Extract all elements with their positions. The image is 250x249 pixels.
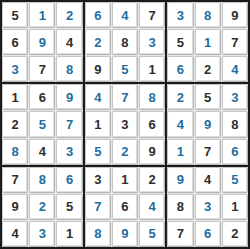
cell-r7c2[interactable]: 8 — [29, 167, 55, 193]
cell-r8c9[interactable]: 1 — [222, 194, 248, 220]
cell-r4c6[interactable]: 8 — [139, 84, 165, 110]
cell-r4c4[interactable]: 4 — [85, 84, 111, 110]
cell-r9c2[interactable]: 3 — [29, 221, 55, 247]
cell-r5c4[interactable]: 1 — [85, 111, 111, 137]
cell-r7c9[interactable]: 5 — [222, 167, 248, 193]
cell-r5c1[interactable]: 2 — [2, 111, 28, 137]
cell-r6c1[interactable]: 8 — [2, 139, 28, 165]
box-1: 512694378 — [2, 2, 83, 82]
cell-r1c7[interactable]: 3 — [167, 2, 193, 28]
cell-r6c5[interactable]: 2 — [112, 139, 138, 165]
cell-r2c9[interactable]: 7 — [222, 29, 248, 55]
cell-r1c1[interactable]: 5 — [2, 2, 28, 28]
cell-r7c4[interactable]: 3 — [85, 167, 111, 193]
cell-r8c1[interactable]: 9 — [2, 194, 28, 220]
cell-r2c2[interactable]: 9 — [29, 29, 55, 55]
cell-r9c6[interactable]: 5 — [139, 221, 165, 247]
box-7: 786925431 — [2, 167, 83, 247]
cell-r8c2[interactable]: 2 — [29, 194, 55, 220]
cell-r4c9[interactable]: 3 — [222, 84, 248, 110]
cell-r6c8[interactable]: 7 — [195, 139, 221, 165]
cell-r9c7[interactable]: 7 — [167, 221, 193, 247]
cell-r7c5[interactable]: 1 — [112, 167, 138, 193]
cell-r7c3[interactable]: 6 — [56, 167, 82, 193]
cell-r2c1[interactable]: 6 — [2, 29, 28, 55]
cell-r7c1[interactable]: 7 — [2, 167, 28, 193]
cell-r2c3[interactable]: 4 — [56, 29, 82, 55]
sudoku-board: 5126943786472839513895176241692578434781… — [0, 0, 250, 249]
cell-r6c6[interactable]: 9 — [139, 139, 165, 165]
cell-r3c4[interactable]: 9 — [85, 56, 111, 82]
cell-r2c5[interactable]: 8 — [112, 29, 138, 55]
cell-r3c7[interactable]: 6 — [167, 56, 193, 82]
cell-r4c7[interactable]: 2 — [167, 84, 193, 110]
cell-r9c5[interactable]: 9 — [112, 221, 138, 247]
box-5: 478136529 — [85, 84, 166, 164]
cell-r9c9[interactable]: 2 — [222, 221, 248, 247]
cell-r7c6[interactable]: 2 — [139, 167, 165, 193]
box-3: 389517624 — [167, 2, 248, 82]
cell-r1c8[interactable]: 8 — [195, 2, 221, 28]
cell-r6c2[interactable]: 4 — [29, 139, 55, 165]
cell-r3c2[interactable]: 7 — [29, 56, 55, 82]
cell-r4c1[interactable]: 1 — [2, 84, 28, 110]
box-2: 647283951 — [85, 2, 166, 82]
cell-r3c1[interactable]: 3 — [2, 56, 28, 82]
cell-r4c5[interactable]: 7 — [112, 84, 138, 110]
cell-r2c6[interactable]: 3 — [139, 29, 165, 55]
cell-r7c8[interactable]: 4 — [195, 167, 221, 193]
box-8: 312764895 — [85, 167, 166, 247]
cell-r8c5[interactable]: 6 — [112, 194, 138, 220]
cell-r5c8[interactable]: 9 — [195, 111, 221, 137]
cell-r8c3[interactable]: 5 — [56, 194, 82, 220]
cell-r5c6[interactable]: 6 — [139, 111, 165, 137]
cell-r5c7[interactable]: 4 — [167, 111, 193, 137]
cell-r3c8[interactable]: 2 — [195, 56, 221, 82]
cell-r6c9[interactable]: 6 — [222, 139, 248, 165]
box-6: 253498176 — [167, 84, 248, 164]
cell-r9c1[interactable]: 4 — [2, 221, 28, 247]
cell-r3c3[interactable]: 8 — [56, 56, 82, 82]
cell-r5c2[interactable]: 5 — [29, 111, 55, 137]
cell-r8c6[interactable]: 4 — [139, 194, 165, 220]
cell-r2c8[interactable]: 1 — [195, 29, 221, 55]
cell-r1c2[interactable]: 1 — [29, 2, 55, 28]
cell-r4c2[interactable]: 6 — [29, 84, 55, 110]
cell-r4c3[interactable]: 9 — [56, 84, 82, 110]
cell-r9c3[interactable]: 1 — [56, 221, 82, 247]
cell-r1c6[interactable]: 7 — [139, 2, 165, 28]
cell-r1c9[interactable]: 9 — [222, 2, 248, 28]
cell-r1c3[interactable]: 2 — [56, 2, 82, 28]
cell-r3c9[interactable]: 4 — [222, 56, 248, 82]
cell-r2c7[interactable]: 5 — [167, 29, 193, 55]
cell-r6c4[interactable]: 5 — [85, 139, 111, 165]
cell-r8c4[interactable]: 7 — [85, 194, 111, 220]
cell-r2c4[interactable]: 2 — [85, 29, 111, 55]
cell-r8c8[interactable]: 3 — [195, 194, 221, 220]
cell-r4c8[interactable]: 5 — [195, 84, 221, 110]
cell-r6c7[interactable]: 1 — [167, 139, 193, 165]
cell-r5c5[interactable]: 3 — [112, 111, 138, 137]
cell-r1c4[interactable]: 6 — [85, 2, 111, 28]
cell-r3c6[interactable]: 1 — [139, 56, 165, 82]
cell-r5c3[interactable]: 7 — [56, 111, 82, 137]
cell-r9c4[interactable]: 8 — [85, 221, 111, 247]
cell-r7c7[interactable]: 9 — [167, 167, 193, 193]
cell-r3c5[interactable]: 5 — [112, 56, 138, 82]
box-4: 169257843 — [2, 84, 83, 164]
cell-r1c5[interactable]: 4 — [112, 2, 138, 28]
cell-r8c7[interactable]: 8 — [167, 194, 193, 220]
cell-r5c9[interactable]: 8 — [222, 111, 248, 137]
cell-r6c3[interactable]: 3 — [56, 139, 82, 165]
cell-r9c8[interactable]: 6 — [195, 221, 221, 247]
box-9: 945831762 — [167, 167, 248, 247]
